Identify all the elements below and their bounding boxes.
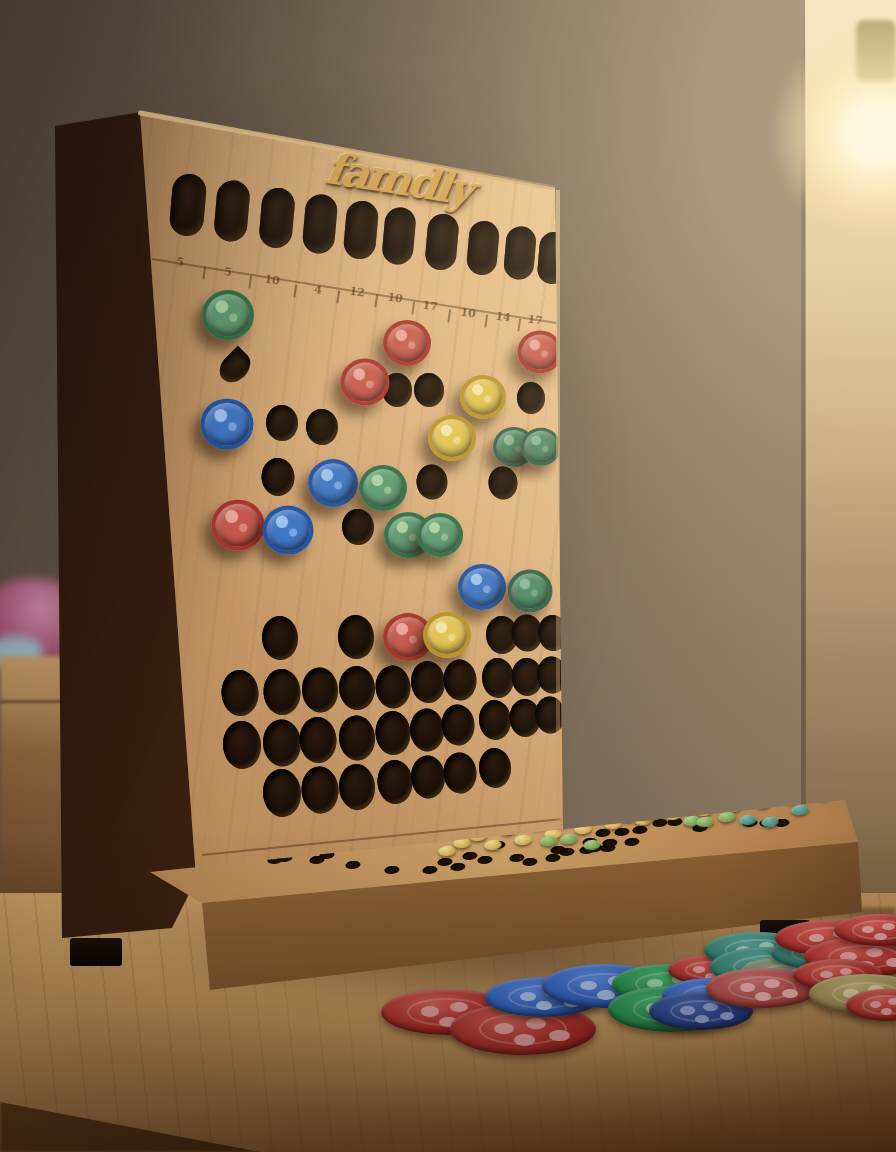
- chip-dot: [536, 1001, 552, 1010]
- chip-dot: [514, 1034, 534, 1045]
- chip-dot: [740, 983, 756, 992]
- chip-dot: [720, 1012, 735, 1020]
- chip-dot: [755, 992, 771, 1001]
- chip-dot: [695, 1015, 710, 1023]
- chip-dot: [693, 966, 705, 973]
- chip-dot: [680, 1006, 695, 1014]
- chip-dot: [703, 1003, 718, 1011]
- chip-dot: [549, 1030, 569, 1041]
- chip-dot: [526, 1018, 546, 1029]
- chip-dot: [764, 979, 780, 988]
- chip-dot: [882, 923, 895, 930]
- chip-dot: [886, 958, 896, 967]
- table-chips-layer: [0, 0, 896, 1152]
- chip-dot: [421, 1006, 439, 1016]
- chip-dot: [809, 934, 825, 942]
- chip-dot: [782, 989, 798, 998]
- chip-dot: [450, 1002, 468, 1012]
- chip-dot: [888, 998, 896, 1005]
- scene: 55104121017101417 famdly: [0, 0, 896, 1152]
- chip-dot: [520, 992, 536, 1001]
